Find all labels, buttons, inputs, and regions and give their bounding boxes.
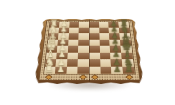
fold-seam (89, 19, 90, 81)
square-g4 (78, 59, 89, 66)
square-e6 (99, 46, 110, 53)
square-g5 (89, 59, 100, 66)
white-pawn: ♟ (57, 65, 65, 74)
square-e4 (78, 46, 89, 53)
square-h1: ♜ (44, 66, 56, 73)
black-pawn: ♟ (113, 65, 121, 74)
square-e5 (89, 46, 100, 53)
square-h3 (66, 66, 78, 73)
square-h6 (100, 66, 112, 73)
square-g3 (67, 59, 78, 66)
square-h4 (78, 66, 89, 73)
square-e3 (68, 46, 79, 53)
square-h5 (89, 66, 100, 73)
square-h8: ♜ (122, 66, 134, 73)
square-g6 (100, 59, 111, 66)
white-rook: ♜ (45, 63, 55, 74)
square-f6 (100, 53, 111, 60)
square-h7: ♟ (111, 66, 123, 73)
chess-set-photo: ♜♟♟♜♞♟♟♞♝♟♟♝♛♟♟♛♚♟♟♚♝♟♟♝♞♟♟♞♜♟♟♜ (0, 0, 175, 105)
black-rook: ♜ (124, 63, 134, 74)
square-f5 (89, 53, 100, 60)
chess-board: ♜♟♟♜♞♟♟♞♝♟♟♝♛♟♟♛♚♟♟♚♝♟♟♝♞♟♟♞♜♟♟♜ (34, 19, 144, 84)
square-h2: ♟ (55, 66, 67, 73)
square-f4 (78, 53, 89, 60)
square-f3 (67, 53, 78, 60)
